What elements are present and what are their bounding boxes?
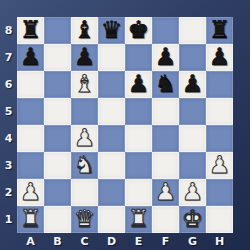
chess-board-widget: 87654321 ♜♝♛♚♜♟♟♟♟♝♟♞♟♟♞♟♟♟♟♜♛♜♚ ABCDEFG…: [0, 0, 250, 250]
square-g5[interactable]: [179, 98, 206, 125]
piece-white-queen[interactable]: ♛: [74, 206, 96, 232]
square-f2[interactable]: ♟: [152, 179, 179, 206]
square-b2[interactable]: [44, 179, 71, 206]
square-b6[interactable]: [44, 71, 71, 98]
rank-label-8: 8: [0, 17, 17, 44]
piece-white-rook[interactable]: ♜: [128, 206, 150, 232]
piece-black-queen[interactable]: ♛: [101, 17, 123, 43]
square-h1[interactable]: [206, 206, 233, 233]
file-label-h: H: [206, 233, 233, 250]
square-c6[interactable]: ♝: [71, 71, 98, 98]
square-e8[interactable]: ♚: [125, 17, 152, 44]
square-f7[interactable]: ♟: [152, 44, 179, 71]
square-d1[interactable]: [98, 206, 125, 233]
square-d3[interactable]: [98, 152, 125, 179]
square-d2[interactable]: [98, 179, 125, 206]
square-b3[interactable]: [44, 152, 71, 179]
square-d7[interactable]: [98, 44, 125, 71]
square-c4[interactable]: ♟: [71, 125, 98, 152]
rank-labels: 87654321: [0, 17, 17, 233]
square-b7[interactable]: [44, 44, 71, 71]
square-f3[interactable]: [152, 152, 179, 179]
square-b5[interactable]: [44, 98, 71, 125]
square-e1[interactable]: ♜: [125, 206, 152, 233]
rank-label-6: 6: [0, 71, 17, 98]
piece-black-pawn[interactable]: ♟: [128, 71, 150, 97]
square-a5[interactable]: [17, 98, 44, 125]
rank-label-5: 5: [0, 98, 17, 125]
square-e3[interactable]: [125, 152, 152, 179]
file-label-a: A: [17, 233, 44, 250]
square-f4[interactable]: [152, 125, 179, 152]
square-a3[interactable]: [17, 152, 44, 179]
piece-black-pawn[interactable]: ♟: [74, 44, 96, 70]
piece-black-pawn[interactable]: ♟: [155, 44, 177, 70]
square-a2[interactable]: ♟: [17, 179, 44, 206]
square-c7[interactable]: ♟: [71, 44, 98, 71]
square-h8[interactable]: ♜: [206, 17, 233, 44]
piece-black-king[interactable]: ♚: [128, 17, 150, 43]
file-label-g: G: [179, 233, 206, 250]
square-g8[interactable]: [179, 17, 206, 44]
file-label-f: F: [152, 233, 179, 250]
square-g4[interactable]: [179, 125, 206, 152]
square-g2[interactable]: ♟: [179, 179, 206, 206]
square-g7[interactable]: [179, 44, 206, 71]
square-e4[interactable]: [125, 125, 152, 152]
piece-white-bishop[interactable]: ♝: [74, 71, 96, 97]
square-h7[interactable]: ♟: [206, 44, 233, 71]
piece-black-pawn[interactable]: ♟: [20, 44, 42, 70]
file-label-e: E: [125, 233, 152, 250]
square-h2[interactable]: [206, 179, 233, 206]
file-labels: ABCDEFGH: [17, 233, 233, 250]
square-h5[interactable]: [206, 98, 233, 125]
file-label-b: B: [44, 233, 71, 250]
square-f6[interactable]: ♞: [152, 71, 179, 98]
square-e6[interactable]: ♟: [125, 71, 152, 98]
square-c5[interactable]: [71, 98, 98, 125]
square-c8[interactable]: ♝: [71, 17, 98, 44]
square-b1[interactable]: [44, 206, 71, 233]
square-g3[interactable]: [179, 152, 206, 179]
piece-white-rook[interactable]: ♜: [20, 206, 42, 232]
square-d6[interactable]: [98, 71, 125, 98]
piece-white-knight[interactable]: ♞: [74, 152, 96, 178]
square-h3[interactable]: ♟: [206, 152, 233, 179]
square-h6[interactable]: [206, 71, 233, 98]
file-label-c: C: [71, 233, 98, 250]
piece-black-knight[interactable]: ♞: [155, 71, 177, 97]
piece-white-pawn[interactable]: ♟: [209, 152, 231, 178]
piece-white-pawn[interactable]: ♟: [155, 179, 177, 205]
piece-white-pawn[interactable]: ♟: [74, 125, 96, 151]
square-b8[interactable]: [44, 17, 71, 44]
rank-label-4: 4: [0, 125, 17, 152]
piece-black-rook[interactable]: ♜: [20, 17, 42, 43]
file-label-d: D: [98, 233, 125, 250]
square-b4[interactable]: [44, 125, 71, 152]
square-e2[interactable]: [125, 179, 152, 206]
piece-white-pawn[interactable]: ♟: [182, 179, 204, 205]
square-d4[interactable]: [98, 125, 125, 152]
rank-label-3: 3: [0, 152, 17, 179]
square-e7[interactable]: [125, 44, 152, 71]
square-d5[interactable]: [98, 98, 125, 125]
square-a4[interactable]: [17, 125, 44, 152]
rank-label-2: 2: [0, 179, 17, 206]
square-a8[interactable]: ♜: [17, 17, 44, 44]
square-f1[interactable]: [152, 206, 179, 233]
piece-black-pawn[interactable]: ♟: [209, 44, 231, 70]
piece-white-pawn[interactable]: ♟: [20, 179, 42, 205]
chess-board: ♜♝♛♚♜♟♟♟♟♝♟♞♟♟♞♟♟♟♟♜♛♜♚: [17, 17, 233, 233]
piece-black-pawn[interactable]: ♟: [182, 71, 204, 97]
square-h4[interactable]: [206, 125, 233, 152]
rank-label-1: 1: [0, 206, 17, 233]
square-f8[interactable]: [152, 17, 179, 44]
square-a6[interactable]: [17, 71, 44, 98]
square-d8[interactable]: ♛: [98, 17, 125, 44]
rank-label-7: 7: [0, 44, 17, 71]
square-a7[interactable]: ♟: [17, 44, 44, 71]
piece-black-bishop[interactable]: ♝: [74, 17, 96, 43]
square-g1[interactable]: ♚: [179, 206, 206, 233]
square-a1[interactable]: ♜: [17, 206, 44, 233]
square-g6[interactable]: ♟: [179, 71, 206, 98]
square-c3[interactable]: ♞: [71, 152, 98, 179]
piece-white-king[interactable]: ♚: [182, 206, 204, 232]
square-c1[interactable]: ♛: [71, 206, 98, 233]
square-f5[interactable]: [152, 98, 179, 125]
square-c2[interactable]: [71, 179, 98, 206]
piece-black-rook[interactable]: ♜: [209, 17, 231, 43]
square-e5[interactable]: [125, 98, 152, 125]
